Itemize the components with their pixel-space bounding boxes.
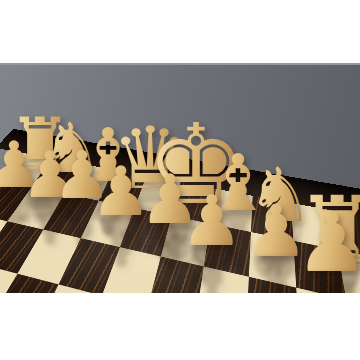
white-matte-top (0, 0, 360, 63)
photo-area (0, 63, 360, 293)
chessboard (0, 153, 360, 293)
chess-set-photo: ♜ ♞ ♝ ♛ ♚ ♝ ♞ ♜ ♟ ♟ ♟ ♟ ♟ ♟ ♟ ♟ (0, 0, 360, 360)
white-matte-bottom (0, 293, 360, 360)
